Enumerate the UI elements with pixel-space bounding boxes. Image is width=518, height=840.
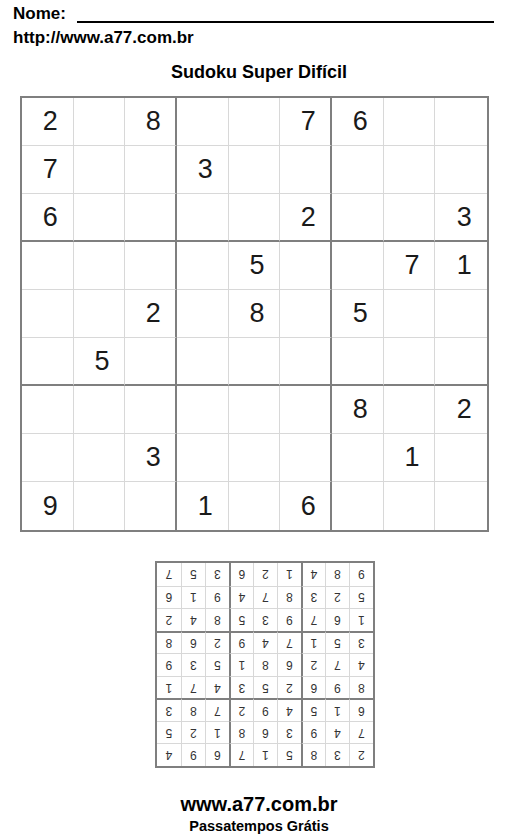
puzzle-cell-r7c7: 8 [332,386,384,434]
puzzle-cell-r8c6 [280,434,332,482]
puzzle-cell-r6c6 [280,338,332,386]
solution-cell-r1c8: 9 [181,743,205,766]
puzzle-title: Sudoku Super Difícil [0,62,518,83]
solution-cell-r6c9: 8 [157,631,181,654]
puzzle-cell-r3c8 [384,194,436,242]
puzzle-cell-r8c4 [177,434,229,482]
solution-cell-r3c3: 5 [301,698,325,721]
solution-cell-r2c5: 6 [253,721,277,744]
puzzle-cell-r9c1: 9 [22,482,74,530]
puzzle-cell-r9c5 [229,482,281,530]
solution-cell-r9c8: 5 [181,563,205,586]
solution-cell-r6c7: 2 [205,631,229,654]
puzzle-cell-r1c3: 8 [125,98,177,146]
solution-cell-r2c9: 5 [157,721,181,744]
solution-cell-r5c8: 3 [181,653,205,676]
puzzle-cell-r3c7 [332,194,384,242]
puzzle-cell-r8c2 [74,434,126,482]
sudoku-puzzle-grid: 28767362357128558231916 [20,96,489,532]
solution-cell-r4c9: 1 [157,676,181,699]
puzzle-cell-r4c6 [280,242,332,290]
solution-cell-r5c1: 4 [349,653,373,676]
solution-cell-r1c7: 6 [205,743,229,766]
puzzle-cell-r3c1: 6 [22,194,74,242]
puzzle-cell-r4c2 [74,242,126,290]
puzzle-cell-r7c8 [384,386,436,434]
solution-cell-r8c1: 5 [349,586,373,609]
solution-cell-r4c1: 8 [349,676,373,699]
solution-cell-r7c4: 9 [277,608,301,631]
solution-cell-r2c1: 7 [349,721,373,744]
puzzle-cell-r2c3 [125,146,177,194]
solution-cell-r8c4: 8 [277,586,301,609]
solution-cell-r4c2: 9 [325,676,349,699]
puzzle-cell-r5c9 [435,290,487,338]
solution-cell-r8c3: 3 [301,586,325,609]
solution-cell-r7c8: 4 [181,608,205,631]
solution-cell-r9c6: 6 [229,563,253,586]
solution-cell-r8c6: 4 [229,586,253,609]
name-label: Nome: [13,4,66,24]
puzzle-cell-r6c4 [177,338,229,386]
solution-cell-r4c5: 5 [253,676,277,699]
puzzle-cell-r9c4: 1 [177,482,229,530]
puzzle-cell-r5c7: 5 [332,290,384,338]
puzzle-cell-r1c8 [384,98,436,146]
solution-cell-r7c7: 8 [205,608,229,631]
puzzle-cell-r6c9 [435,338,487,386]
puzzle-cell-r4c9: 1 [435,242,487,290]
solution-cell-r2c7: 1 [205,721,229,744]
puzzle-cell-r4c5: 5 [229,242,281,290]
solution-cell-r9c7: 3 [205,563,229,586]
solution-cell-r7c5: 3 [253,608,277,631]
solution-cell-r5c6: 1 [229,653,253,676]
solution-cell-r5c4: 6 [277,653,301,676]
solution-cell-r5c7: 5 [205,653,229,676]
puzzle-cell-r8c1 [22,434,74,482]
solution-cell-r5c9: 9 [157,653,181,676]
solution-cell-r3c7: 7 [205,698,229,721]
solution-cell-r7c1: 1 [349,608,373,631]
puzzle-cell-r7c1 [22,386,74,434]
puzzle-cell-r1c4 [177,98,229,146]
solution-cell-r1c6: 7 [229,743,253,766]
puzzle-cell-r5c4 [177,290,229,338]
puzzle-cell-r6c1 [22,338,74,386]
puzzle-cell-r4c4 [177,242,229,290]
puzzle-cell-r2c6 [280,146,332,194]
puzzle-cell-r4c8: 7 [384,242,436,290]
puzzle-cell-r7c3 [125,386,177,434]
puzzle-cell-r7c6 [280,386,332,434]
puzzle-cell-r1c1: 2 [22,98,74,146]
puzzle-cell-r6c8 [384,338,436,386]
puzzle-cell-r5c5: 8 [229,290,281,338]
solution-cell-r4c4: 2 [277,676,301,699]
solution-cell-r9c2: 8 [325,563,349,586]
solution-cell-r1c9: 4 [157,743,181,766]
puzzle-cell-r7c4 [177,386,229,434]
solution-cell-r2c2: 4 [325,721,349,744]
puzzle-cell-r8c8: 1 [384,434,436,482]
puzzle-cell-r3c4 [177,194,229,242]
solution-cell-r9c4: 1 [277,563,301,586]
name-blank-line [77,21,494,23]
solution-cell-r6c6: 9 [229,631,253,654]
solution-cell-r6c5: 4 [253,631,277,654]
puzzle-cell-r1c5 [229,98,281,146]
solution-cell-r2c8: 2 [181,721,205,744]
puzzle-cell-r9c2 [74,482,126,530]
puzzle-cell-r2c2 [74,146,126,194]
solution-cell-r6c4: 7 [277,631,301,654]
puzzle-cell-r4c1 [22,242,74,290]
puzzle-cell-r6c3 [125,338,177,386]
puzzle-cell-r2c4: 3 [177,146,229,194]
solution-cell-r3c5: 9 [253,698,277,721]
puzzle-cell-r9c6: 6 [280,482,332,530]
puzzle-cell-r3c2 [74,194,126,242]
puzzle-cell-r6c5 [229,338,281,386]
puzzle-cell-r5c8 [384,290,436,338]
solution-cell-r5c5: 8 [253,653,277,676]
solution-cell-r8c8: 1 [181,586,205,609]
puzzle-cell-r1c9 [435,98,487,146]
solution-cell-r3c1: 6 [349,698,373,721]
solution-cell-r8c2: 2 [325,586,349,609]
puzzle-cell-r3c9: 3 [435,194,487,242]
puzzle-cell-r3c6: 2 [280,194,332,242]
solution-cell-r3c9: 3 [157,698,181,721]
puzzle-cell-r2c8 [384,146,436,194]
solution-cell-r5c3: 2 [301,653,325,676]
puzzle-cell-r1c6: 7 [280,98,332,146]
puzzle-cell-r5c6 [280,290,332,338]
solution-cell-r3c2: 1 [325,698,349,721]
sudoku-solution-grid-rotated: 2385176947493681256154927838962534714726… [155,561,375,768]
puzzle-cell-r5c2 [74,290,126,338]
solution-cell-r6c2: 5 [325,631,349,654]
solution-cell-r5c2: 7 [325,653,349,676]
puzzle-cell-r1c2 [74,98,126,146]
solution-cell-r1c1: 2 [349,743,373,766]
puzzle-cell-r6c7 [332,338,384,386]
solution-cell-r3c8: 8 [181,698,205,721]
puzzle-cell-r9c7 [332,482,384,530]
solution-cell-r1c5: 1 [253,743,277,766]
solution-cell-r3c6: 2 [229,698,253,721]
puzzle-cell-r8c7 [332,434,384,482]
solution-cell-r6c1: 3 [349,631,373,654]
puzzle-cell-r7c2 [74,386,126,434]
solution-cell-r7c3: 7 [301,608,325,631]
solution-cell-r9c1: 9 [349,563,373,586]
solution-cell-r1c4: 5 [277,743,301,766]
solution-cell-r8c9: 6 [157,586,181,609]
puzzle-cell-r6c2: 5 [74,338,126,386]
solution-cell-r4c8: 7 [181,676,205,699]
solution-cell-r6c3: 1 [301,631,325,654]
puzzle-cell-r2c7 [332,146,384,194]
solution-cell-r6c8: 6 [181,631,205,654]
puzzle-cell-r9c9 [435,482,487,530]
puzzle-cell-r8c9 [435,434,487,482]
solution-cell-r9c5: 2 [253,563,277,586]
solution-cell-r4c6: 3 [229,676,253,699]
solution-cell-r1c2: 3 [325,743,349,766]
footer-site: www.a77.com.br [0,793,518,816]
puzzle-cell-r7c5 [229,386,281,434]
puzzle-cell-r9c8 [384,482,436,530]
puzzle-cell-r1c7: 6 [332,98,384,146]
puzzle-cell-r8c3: 3 [125,434,177,482]
solution-cell-r9c3: 4 [301,563,325,586]
puzzle-cell-r2c1: 7 [22,146,74,194]
puzzle-cell-r9c3 [125,482,177,530]
solution-cell-r4c7: 4 [205,676,229,699]
puzzle-cell-r4c3 [125,242,177,290]
puzzle-cell-r5c3: 2 [125,290,177,338]
solution-cell-r9c9: 7 [157,563,181,586]
footer-tagline: Passatempos Grátis [0,818,518,834]
puzzle-cell-r5c1 [22,290,74,338]
solution-cell-r2c4: 3 [277,721,301,744]
puzzle-cell-r7c9: 2 [435,386,487,434]
puzzle-cell-r3c5 [229,194,281,242]
puzzle-cell-r2c5 [229,146,281,194]
site-url: http://www.a77.com.br [13,28,194,48]
puzzle-cell-r8c5 [229,434,281,482]
solution-cell-r1c3: 8 [301,743,325,766]
solution-cell-r4c3: 6 [301,676,325,699]
solution-cell-r7c6: 5 [229,608,253,631]
solution-cell-r8c5: 7 [253,586,277,609]
solution-cell-r2c6: 8 [229,721,253,744]
solution-cell-r2c3: 9 [301,721,325,744]
solution-cell-r7c2: 6 [325,608,349,631]
solution-cell-r8c7: 9 [205,586,229,609]
solution-cell-r3c4: 4 [277,698,301,721]
puzzle-cell-r3c3 [125,194,177,242]
puzzle-cell-r2c9 [435,146,487,194]
solution-cell-r7c9: 2 [157,608,181,631]
puzzle-cell-r4c7 [332,242,384,290]
